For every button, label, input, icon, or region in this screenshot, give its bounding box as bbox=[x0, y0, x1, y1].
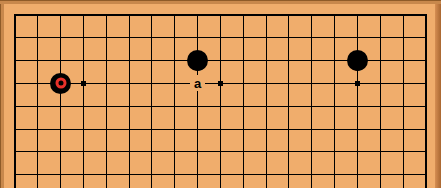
star-point-1 bbox=[81, 81, 86, 86]
grid-line-vertical-19 bbox=[425, 14, 427, 188]
grid-line-horizontal-6 bbox=[14, 129, 427, 130]
grid-line-horizontal-5 bbox=[14, 106, 427, 107]
black-stone-glyph: ● bbox=[188, 50, 206, 71]
black-stone-glyph: ● bbox=[348, 50, 366, 71]
grid-line-vertical-14 bbox=[311, 14, 312, 188]
grid-line-horizontal-2 bbox=[14, 37, 427, 38]
grid-line-vertical-8 bbox=[174, 14, 175, 188]
grid-line-vertical-13 bbox=[288, 14, 289, 188]
go-board: a●●● bbox=[0, 0, 441, 188]
star-point-3 bbox=[355, 81, 360, 86]
star-point-2 bbox=[218, 81, 223, 86]
grid-line-vertical-9 bbox=[197, 14, 198, 188]
grid-line-horizontal-7 bbox=[14, 151, 427, 152]
grid-line-vertical-16 bbox=[357, 14, 358, 188]
grid-line-vertical-11 bbox=[243, 14, 244, 188]
grid-line-vertical-4 bbox=[83, 14, 84, 188]
point-label-a: a bbox=[190, 75, 205, 91]
grid-line-vertical-6 bbox=[129, 14, 130, 188]
grid-line-vertical-7 bbox=[151, 14, 152, 188]
board-frame-left-light bbox=[1, 0, 4, 188]
go-board-diagram: a●●● bbox=[0, 0, 441, 188]
black-stone-2: ● bbox=[187, 50, 208, 71]
grid-line-horizontal-8 bbox=[14, 174, 427, 175]
black-stone-3: ● bbox=[347, 50, 368, 71]
grid-line-horizontal-1 bbox=[14, 14, 427, 16]
grid-line-vertical-1 bbox=[14, 14, 16, 188]
board-frame-top-light bbox=[0, 1, 441, 4]
grid-line-vertical-3 bbox=[60, 14, 61, 188]
grid-line-vertical-18 bbox=[403, 14, 404, 188]
grid-line-vertical-10 bbox=[220, 14, 221, 188]
grid-line-vertical-15 bbox=[334, 14, 335, 188]
grid-line-vertical-17 bbox=[380, 14, 381, 188]
circle-marker-icon bbox=[55, 78, 66, 89]
point-label-text: a bbox=[194, 77, 201, 90]
grid-line-vertical-2 bbox=[37, 14, 38, 188]
black-stone-1: ● bbox=[50, 73, 71, 94]
board-frame-right-shadow bbox=[435, 0, 441, 188]
grid-line-vertical-5 bbox=[106, 14, 107, 188]
grid-line-vertical-12 bbox=[266, 14, 267, 188]
